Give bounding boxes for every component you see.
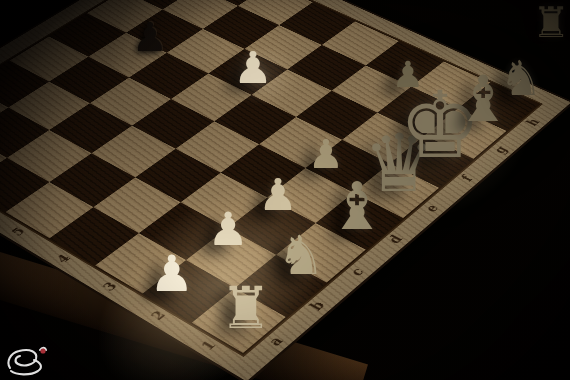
- watermark-red-accent: [40, 348, 45, 353]
- tasnim-watermark-logo: [4, 338, 56, 378]
- white-rook-h1: ♜: [532, 2, 570, 44]
- chess-photo-stage: abcdefgh12345678 ♜♞♝♛♚♝♞♜♟♟♟♟♟♟♟: [0, 0, 570, 380]
